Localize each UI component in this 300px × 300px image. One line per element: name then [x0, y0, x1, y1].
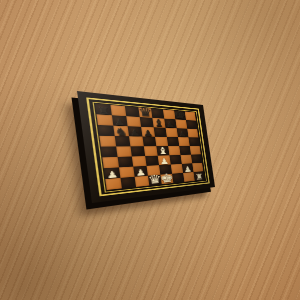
- square-a6: [98, 125, 115, 136]
- square-a4: [101, 146, 118, 157]
- square-c4: [130, 146, 145, 156]
- square-c1: [135, 176, 150, 187]
- square-b6: ♞: [113, 126, 129, 137]
- square-c6: ♟: [128, 126, 143, 136]
- chess-tile: ♜♛♚♟♝♟♞♟♟♟♝♟♟♟♟♛♚♜: [77, 91, 215, 203]
- square-c5: [129, 136, 144, 146]
- square-a5: [99, 136, 116, 147]
- square-h4: [190, 146, 201, 155]
- square-h1: ♜: [193, 171, 204, 181]
- square-a7: [96, 114, 113, 125]
- square-h5: [188, 137, 199, 146]
- square-b1: [120, 177, 136, 189]
- square-a1: [105, 178, 122, 190]
- square-b4: [116, 146, 132, 157]
- square-h6: [187, 129, 198, 138]
- square-b5: [115, 136, 131, 146]
- square-b7: ♟: [112, 115, 128, 126]
- chess-board: ♜♛♚♟♝♟♞♟♟♟♝♟♟♟♟♛♚♜: [95, 104, 204, 190]
- wood-table-background: ♜♛♚♟♝♟♞♟♟♟♝♟♟♟♟♛♚♜: [0, 0, 300, 300]
